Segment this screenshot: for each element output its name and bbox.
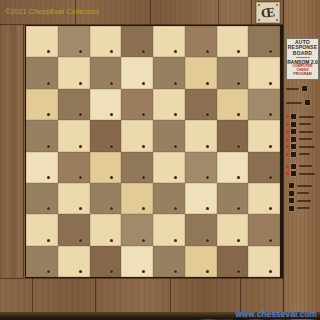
status-leds: [286, 86, 320, 105]
square-a5[interactable]: [26, 120, 58, 151]
led-row: [286, 114, 320, 119]
led-indicator: [289, 198, 294, 203]
sensor-hole: [206, 50, 209, 53]
wood-seam: [218, 0, 219, 25]
sensor-hole: [142, 113, 145, 116]
sensor-hole: [206, 239, 209, 242]
sensor-hole: [237, 207, 240, 210]
sensor-hole: [142, 145, 145, 148]
sensor-hole: [47, 82, 50, 85]
square-g2[interactable]: [217, 214, 249, 245]
led-label: [286, 102, 302, 104]
led-label: [297, 200, 311, 202]
control-panel: AUTO RESPONSE BOARD RANSOM 2.0 COMPUTER …: [283, 0, 320, 312]
led-indicator: [305, 100, 310, 105]
square-h3[interactable]: [248, 183, 280, 214]
square-d8[interactable]: [121, 26, 153, 57]
sensor-hole: [47, 207, 50, 210]
sensor-hole: [206, 145, 209, 148]
led-row: [286, 152, 320, 157]
led-row: [289, 198, 320, 203]
sensor-hole: [142, 239, 145, 242]
wood-seam: [240, 278, 241, 312]
ce-logo-plaque: CE: [255, 1, 281, 24]
option-leds: [286, 183, 320, 211]
sensor-hole: [47, 145, 50, 148]
square-d2[interactable]: [121, 214, 153, 245]
square-f3[interactable]: [185, 183, 217, 214]
square-g8[interactable]: [217, 26, 249, 57]
led-row: [286, 129, 320, 134]
sensor-hole: [174, 176, 177, 179]
square-h1[interactable]: [248, 246, 280, 277]
plaque-corner-dot: [276, 4, 278, 6]
square-e5[interactable]: [153, 120, 185, 151]
square-a6[interactable]: [26, 89, 58, 120]
sensor-hole: [269, 239, 272, 242]
play-area: [25, 25, 281, 278]
plaque-divider: [296, 57, 310, 58]
led-label: [299, 173, 315, 175]
led-label: [299, 165, 312, 167]
sensor-hole: [110, 176, 113, 179]
led-row: [286, 137, 320, 142]
square-b3[interactable]: [58, 183, 90, 214]
sensor-hole: [269, 207, 272, 210]
square-h2[interactable]: [248, 214, 280, 245]
led-indicator: [289, 191, 294, 196]
square-b1[interactable]: [58, 246, 90, 277]
square-a8[interactable]: [26, 26, 58, 57]
square-f2[interactable]: [185, 214, 217, 245]
sensor-hole: [79, 50, 82, 53]
wood-seam: [251, 0, 252, 25]
led-indicator: [291, 144, 296, 149]
square-e7[interactable]: [153, 57, 185, 88]
sensor-hole: [269, 82, 272, 85]
chess-computer-board: AUTO RESPONSE BOARD RANSOM 2.0 COMPUTER …: [0, 0, 320, 312]
sensor-hole: [269, 113, 272, 116]
led-indicator: [291, 164, 296, 169]
red-led-dot: [286, 130, 289, 133]
square-d5[interactable]: [121, 120, 153, 151]
sensor-hole: [142, 176, 145, 179]
sensor-hole: [206, 113, 209, 116]
sensor-hole: [174, 145, 177, 148]
square-d4[interactable]: [121, 152, 153, 183]
square-b6[interactable]: [58, 89, 90, 120]
sensor-hole: [142, 270, 145, 273]
red-led-dot: [286, 115, 289, 118]
led-label: [297, 192, 309, 194]
square-d1[interactable]: [121, 246, 153, 277]
square-e3[interactable]: [153, 183, 185, 214]
sensor-hole: [142, 82, 145, 85]
led-label: [299, 146, 315, 148]
frame-left-rail: [0, 25, 25, 278]
led-indicator: [291, 122, 296, 127]
wood-seam: [95, 278, 96, 312]
square-b5[interactable]: [58, 120, 90, 151]
plaque-line: BOARD: [287, 51, 318, 56]
square-d6[interactable]: [121, 89, 153, 120]
square-h8[interactable]: [248, 26, 280, 57]
led-row: [286, 144, 320, 149]
square-c5[interactable]: [90, 120, 122, 151]
led-indicator: [291, 171, 296, 176]
sensor-hole: [79, 239, 82, 242]
wood-seam: [150, 0, 151, 25]
led-row: [286, 171, 320, 176]
sensor-hole: [237, 145, 240, 148]
square-h5[interactable]: [248, 120, 280, 151]
sensor-hole: [237, 239, 240, 242]
led-indicator: [291, 137, 296, 142]
sensor-hole: [237, 50, 240, 53]
led-indicator: [291, 152, 296, 157]
sensor-hole: [237, 176, 240, 179]
square-f7[interactable]: [185, 57, 217, 88]
led-row: [286, 100, 320, 105]
watermark-copyright: ©2021 ChessEval Collection: [5, 8, 99, 15]
led-label: [299, 131, 313, 133]
red-led-dot: [286, 153, 289, 156]
wood-seam: [23, 25, 24, 278]
red-led-dot: [286, 145, 289, 148]
led-row: [289, 191, 320, 196]
sensor-hole: [269, 270, 272, 273]
photo-scene: AUTO RESPONSE BOARD RANSOM 2.0 COMPUTER …: [0, 0, 320, 320]
piece-leds: [286, 114, 320, 157]
square-g5[interactable]: [217, 120, 249, 151]
led-indicator: [289, 206, 294, 211]
sensor-hole: [269, 145, 272, 148]
square-b8[interactable]: [58, 26, 90, 57]
led-label: [297, 185, 312, 187]
square-h6[interactable]: [248, 89, 280, 120]
square-h4[interactable]: [248, 152, 280, 183]
square-e6[interactable]: [153, 89, 185, 120]
red-led-dot: [286, 123, 289, 126]
sensor-hole: [79, 270, 82, 273]
sensor-hole: [142, 207, 145, 210]
sensor-hole: [110, 50, 113, 53]
sensor-hole: [110, 207, 113, 210]
watermark-url: www.chesseval.com: [235, 309, 317, 319]
sensor-hole: [174, 239, 177, 242]
sensor-hole: [110, 239, 113, 242]
square-e4[interactable]: [153, 152, 185, 183]
square-f5[interactable]: [185, 120, 217, 151]
sensor-hole: [47, 50, 50, 53]
ce-monogram-icon: CE: [261, 4, 276, 21]
square-c8[interactable]: [90, 26, 122, 57]
square-b7[interactable]: [58, 57, 90, 88]
sensor-hole: [110, 270, 113, 273]
square-g6[interactable]: [217, 89, 249, 120]
sensor-hole: [269, 176, 272, 179]
wood-seam: [32, 278, 33, 312]
sensor-hole: [110, 113, 113, 116]
square-a3[interactable]: [26, 183, 58, 214]
sensor-hole: [237, 113, 240, 116]
wood-seam: [170, 278, 171, 312]
led-row: [289, 183, 320, 188]
sensor-hole: [174, 207, 177, 210]
red-led-dot: [286, 165, 289, 168]
square-f4[interactable]: [185, 152, 217, 183]
led-stack: [286, 86, 320, 218]
square-d7[interactable]: [121, 57, 153, 88]
square-b2[interactable]: [58, 214, 90, 245]
sensor-hole: [206, 270, 209, 273]
led-label: [299, 138, 312, 140]
sensor-hole: [47, 239, 50, 242]
square-h7[interactable]: [248, 57, 280, 88]
square-g4[interactable]: [217, 152, 249, 183]
square-c3[interactable]: [90, 183, 122, 214]
sensor-hole: [237, 270, 240, 273]
sensor-hole: [206, 82, 209, 85]
square-g3[interactable]: [217, 183, 249, 214]
red-led-dot: [286, 172, 289, 175]
square-e8[interactable]: [153, 26, 185, 57]
sensor-hole: [237, 82, 240, 85]
square-c7[interactable]: [90, 57, 122, 88]
sensor-hole: [79, 207, 82, 210]
sensor-hole: [174, 113, 177, 116]
square-f6[interactable]: [185, 89, 217, 120]
plaque-corner-dot: [258, 19, 260, 21]
sensor-hole: [142, 50, 145, 53]
square-g7[interactable]: [217, 57, 249, 88]
led-indicator: [289, 183, 294, 188]
mode-leds: [286, 164, 320, 177]
sensor-hole: [110, 82, 113, 85]
led-indicator: [291, 129, 296, 134]
sensor-hole: [206, 176, 209, 179]
led-row: [286, 164, 320, 169]
square-a1[interactable]: [26, 246, 58, 277]
sensor-hole: [206, 207, 209, 210]
sensor-hole: [47, 176, 50, 179]
led-indicator: [302, 86, 307, 91]
sensor-hole: [79, 82, 82, 85]
led-label: [299, 153, 310, 155]
sensor-hole: [110, 145, 113, 148]
square-b4[interactable]: [58, 152, 90, 183]
square-c2[interactable]: [90, 214, 122, 245]
sensor-hole: [79, 113, 82, 116]
sensor-hole: [79, 145, 82, 148]
square-e1[interactable]: [153, 246, 185, 277]
plaque-subtitle: CHESS PROGRAM: [287, 69, 318, 77]
square-a4[interactable]: [26, 152, 58, 183]
square-f8[interactable]: [185, 26, 217, 57]
square-d3[interactable]: [121, 183, 153, 214]
led-indicator: [291, 114, 296, 119]
sensor-hole: [174, 270, 177, 273]
frame-bottom-rail: [0, 278, 283, 312]
led-label: [297, 207, 310, 209]
square-c4[interactable]: [90, 152, 122, 183]
square-e2[interactable]: [153, 214, 185, 245]
sensor-hole: [174, 82, 177, 85]
sensor-hole: [79, 176, 82, 179]
square-c1[interactable]: [90, 246, 122, 277]
red-led-dot: [286, 138, 289, 141]
sensor-hole: [174, 50, 177, 53]
sensor-hole: [47, 113, 50, 116]
led-label: [286, 88, 299, 90]
led-row: [286, 122, 320, 127]
square-g1[interactable]: [217, 246, 249, 277]
led-label: [299, 116, 314, 118]
square-f1[interactable]: [185, 246, 217, 277]
sensor-hole: [47, 270, 50, 273]
square-c6[interactable]: [90, 89, 122, 120]
led-row: [286, 86, 320, 91]
sensor-hole: [269, 50, 272, 53]
led-label: [299, 123, 311, 125]
model-plaque: AUTO RESPONSE BOARD RANSOM 2.0 COMPUTER …: [286, 38, 319, 80]
led-row: [289, 206, 320, 211]
plaque-corner-dot: [276, 19, 278, 21]
square-a2[interactable]: [26, 214, 58, 245]
square-a7[interactable]: [26, 57, 58, 88]
